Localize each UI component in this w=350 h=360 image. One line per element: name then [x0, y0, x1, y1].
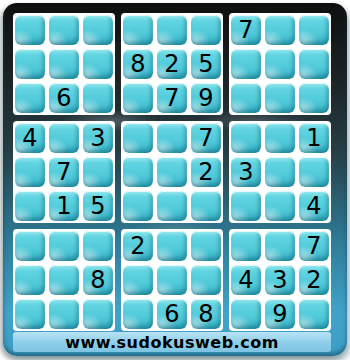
cell-r8c1[interactable]	[15, 265, 45, 295]
cell-r8c8[interactable]: 3	[265, 265, 295, 295]
cell-r4c6[interactable]: 7	[191, 123, 221, 153]
cell-r1c7[interactable]: 7	[231, 15, 261, 45]
cell-r5c4[interactable]	[123, 157, 153, 187]
cell-r4c1[interactable]: 4	[15, 123, 45, 153]
box-8: 268	[121, 229, 223, 331]
cell-r4c2[interactable]	[49, 123, 79, 153]
cell-r3c8[interactable]	[265, 83, 295, 113]
cell-r1c6[interactable]	[191, 15, 221, 45]
cell-r2c2[interactable]	[49, 49, 79, 79]
cell-r4c7[interactable]	[231, 123, 261, 153]
cell-r9c2[interactable]	[49, 299, 79, 329]
cell-r4c3[interactable]: 3	[83, 123, 113, 153]
cell-r6c9[interactable]: 4	[299, 191, 329, 221]
cell-r5c5[interactable]	[157, 157, 187, 187]
cell-r4c9[interactable]: 1	[299, 123, 329, 153]
cell-r7c3[interactable]	[83, 231, 113, 261]
cell-r2c1[interactable]	[15, 49, 45, 79]
cell-r7c7[interactable]	[231, 231, 261, 261]
box-2: 82579	[121, 13, 223, 115]
cell-r2c3[interactable]	[83, 49, 113, 79]
site-url: www.sudokusweb.com	[65, 333, 279, 352]
cell-r6c2[interactable]: 1	[49, 191, 79, 221]
cell-r6c7[interactable]	[231, 191, 261, 221]
box-9: 74329	[229, 229, 331, 331]
cell-r3c5[interactable]: 7	[157, 83, 187, 113]
cell-r2c6[interactable]: 5	[191, 49, 221, 79]
box-5: 72	[121, 121, 223, 223]
footer-band: www.sudokusweb.com	[13, 332, 331, 352]
cell-r1c4[interactable]	[123, 15, 153, 45]
cell-r8c9[interactable]: 2	[299, 265, 329, 295]
box-3: 7	[229, 13, 331, 115]
cell-r7c8[interactable]	[265, 231, 295, 261]
cell-r9c3[interactable]	[83, 299, 113, 329]
sudoku-page: 68257974371572134826874329 www.sudokuswe…	[0, 0, 350, 360]
cell-r2c4[interactable]: 8	[123, 49, 153, 79]
sudoku-grid: 68257974371572134826874329	[13, 13, 331, 331]
cell-r4c8[interactable]	[265, 123, 295, 153]
cell-r3c3[interactable]	[83, 83, 113, 113]
cell-r3c6[interactable]: 9	[191, 83, 221, 113]
cell-r4c5[interactable]	[157, 123, 187, 153]
cell-r9c6[interactable]: 8	[191, 299, 221, 329]
cell-r2c8[interactable]	[265, 49, 295, 79]
cell-r1c8[interactable]	[265, 15, 295, 45]
cell-r2c9[interactable]	[299, 49, 329, 79]
cell-r7c5[interactable]	[157, 231, 187, 261]
cell-r7c2[interactable]	[49, 231, 79, 261]
cell-r7c4[interactable]: 2	[123, 231, 153, 261]
cell-r9c4[interactable]	[123, 299, 153, 329]
cell-r2c7[interactable]	[231, 49, 261, 79]
cell-r8c7[interactable]: 4	[231, 265, 261, 295]
cell-r5c2[interactable]: 7	[49, 157, 79, 187]
cell-r8c5[interactable]	[157, 265, 187, 295]
box-4: 43715	[13, 121, 115, 223]
box-1: 6	[13, 13, 115, 115]
cell-r1c1[interactable]	[15, 15, 45, 45]
cell-r6c1[interactable]	[15, 191, 45, 221]
cell-r8c6[interactable]	[191, 265, 221, 295]
cell-r3c4[interactable]	[123, 83, 153, 113]
cell-r5c9[interactable]	[299, 157, 329, 187]
cell-r5c6[interactable]: 2	[191, 157, 221, 187]
cell-r4c4[interactable]	[123, 123, 153, 153]
cell-r6c3[interactable]: 5	[83, 191, 113, 221]
cell-r1c9[interactable]	[299, 15, 329, 45]
cell-r8c3[interactable]: 8	[83, 265, 113, 295]
cell-r5c3[interactable]	[83, 157, 113, 187]
box-7: 8	[13, 229, 115, 331]
cell-r7c1[interactable]	[15, 231, 45, 261]
cell-r5c8[interactable]	[265, 157, 295, 187]
cell-r9c7[interactable]	[231, 299, 261, 329]
cell-r6c8[interactable]	[265, 191, 295, 221]
cell-r6c4[interactable]	[123, 191, 153, 221]
cell-r8c2[interactable]	[49, 265, 79, 295]
cell-r5c1[interactable]	[15, 157, 45, 187]
cell-r8c4[interactable]	[123, 265, 153, 295]
cell-r9c8[interactable]: 9	[265, 299, 295, 329]
cell-r7c9[interactable]: 7	[299, 231, 329, 261]
cell-r1c3[interactable]	[83, 15, 113, 45]
cell-r9c5[interactable]: 6	[157, 299, 187, 329]
cell-r3c1[interactable]	[15, 83, 45, 113]
cell-r1c5[interactable]	[157, 15, 187, 45]
cell-r5c7[interactable]: 3	[231, 157, 261, 187]
cell-r3c2[interactable]: 6	[49, 83, 79, 113]
cell-r9c9[interactable]	[299, 299, 329, 329]
cell-r3c9[interactable]	[299, 83, 329, 113]
cell-r6c5[interactable]	[157, 191, 187, 221]
cell-r9c1[interactable]	[15, 299, 45, 329]
cell-r3c7[interactable]	[231, 83, 261, 113]
sudoku-board: 68257974371572134826874329 www.sudokuswe…	[3, 3, 347, 356]
box-6: 134	[229, 121, 331, 223]
cell-r7c6[interactable]	[191, 231, 221, 261]
cell-r2c5[interactable]: 2	[157, 49, 187, 79]
cell-r6c6[interactable]	[191, 191, 221, 221]
cell-r1c2[interactable]	[49, 15, 79, 45]
